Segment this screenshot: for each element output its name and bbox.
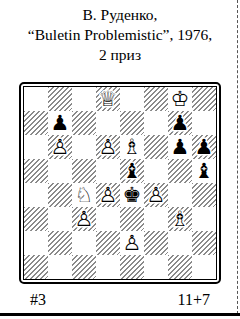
square-f3 (144, 207, 168, 231)
square-b3 (48, 207, 72, 231)
square-f4: ♟♙ (144, 183, 168, 207)
square-g3: ♝♗ (168, 207, 192, 231)
problem-header: В. Руденко, “Buletin Problemistic”, 1976… (0, 0, 240, 65)
square-d3 (96, 207, 120, 231)
white-pawn: ♙ (120, 231, 144, 255)
stipulation-label: #3 (30, 291, 46, 309)
square-d4: ♟♙ (96, 183, 120, 207)
square-h7 (192, 111, 216, 135)
square-d2 (96, 231, 120, 255)
chess-board: ♛♕♚♔♟♟♟♟♟♙♟♙♝♗♟♟♟♟♝♝♝♝♞♘♟♙♚♚♟♙♟♙♝♗♟♙ (23, 86, 217, 280)
award-line: 2 приз (0, 45, 240, 65)
square-h4 (192, 183, 216, 207)
square-h5: ♝♝ (192, 159, 216, 183)
author-line: В. Руденко, (0, 5, 240, 25)
square-c8 (72, 87, 96, 111)
white-bishop: ♗ (168, 207, 192, 231)
square-h6: ♟♟ (192, 135, 216, 159)
white-pawn: ♙ (144, 183, 168, 207)
square-b8 (48, 87, 72, 111)
square-f7 (144, 111, 168, 135)
square-a1 (24, 255, 48, 279)
square-a5 (24, 159, 48, 183)
diagram-caption: #3 11+7 (0, 291, 240, 309)
square-f1 (144, 255, 168, 279)
white-pawn: ♙ (72, 207, 96, 231)
square-a6 (24, 135, 48, 159)
source-line: “Buletin Problemistic”, 1976, (0, 25, 240, 45)
square-f6 (144, 135, 168, 159)
square-b5 (48, 159, 72, 183)
square-d1 (96, 255, 120, 279)
square-g2 (168, 231, 192, 255)
square-a2 (24, 231, 48, 255)
white-queen: ♕ (96, 87, 120, 111)
square-c5 (72, 159, 96, 183)
board-frame: ♛♕♚♔♟♟♟♟♟♙♟♙♝♗♟♟♟♟♝♝♝♝♞♘♟♙♚♚♟♙♟♙♝♗♟♙ (19, 82, 221, 284)
square-h3 (192, 207, 216, 231)
black-pawn: ♟ (48, 111, 72, 135)
black-king: ♚ (120, 183, 144, 207)
white-pawn: ♙ (96, 183, 120, 207)
white-king: ♔ (168, 87, 192, 111)
black-bishop: ♝ (192, 159, 216, 183)
black-pawn: ♟ (168, 111, 192, 135)
square-c1 (72, 255, 96, 279)
square-e6: ♝♗ (120, 135, 144, 159)
white-pawn: ♙ (48, 135, 72, 159)
square-h1 (192, 255, 216, 279)
square-f8 (144, 87, 168, 111)
bottom-rule (0, 313, 240, 316)
square-f5 (144, 159, 168, 183)
square-e1 (120, 255, 144, 279)
square-g8: ♚♔ (168, 87, 192, 111)
square-d7 (96, 111, 120, 135)
white-knight: ♘ (72, 183, 96, 207)
square-c3: ♟♙ (72, 207, 96, 231)
square-h8 (192, 87, 216, 111)
square-d5 (96, 159, 120, 183)
square-e8 (120, 87, 144, 111)
white-bishop: ♗ (120, 135, 144, 159)
square-g1 (168, 255, 192, 279)
square-g6: ♟♟ (168, 135, 192, 159)
square-b7: ♟♟ (48, 111, 72, 135)
square-a3 (24, 207, 48, 231)
black-pawn: ♟ (168, 135, 192, 159)
white-pawn: ♙ (96, 135, 120, 159)
square-g7: ♟♟ (168, 111, 192, 135)
square-g4 (168, 183, 192, 207)
square-c6 (72, 135, 96, 159)
square-a4 (24, 183, 48, 207)
square-d8: ♛♕ (96, 87, 120, 111)
black-bishop: ♝ (120, 159, 144, 183)
square-b6: ♟♙ (48, 135, 72, 159)
square-c4: ♞♘ (72, 183, 96, 207)
square-d6: ♟♙ (96, 135, 120, 159)
square-b2 (48, 231, 72, 255)
square-a7 (24, 111, 48, 135)
square-e3 (120, 207, 144, 231)
square-e4: ♚♚ (120, 183, 144, 207)
square-e5: ♝♝ (120, 159, 144, 183)
square-a8 (24, 87, 48, 111)
material-count-label: 11+7 (178, 291, 210, 309)
square-e2: ♟♙ (120, 231, 144, 255)
problem-diagram-page: В. Руденко, “Buletin Problemistic”, 1976… (0, 0, 240, 319)
square-b1 (48, 255, 72, 279)
square-c7 (72, 111, 96, 135)
square-h2 (192, 231, 216, 255)
square-g5 (168, 159, 192, 183)
page-edge-dashed-line (237, 0, 238, 314)
square-f2 (144, 231, 168, 255)
black-pawn: ♟ (192, 135, 216, 159)
square-e7 (120, 111, 144, 135)
square-b4 (48, 183, 72, 207)
square-c2 (72, 231, 96, 255)
